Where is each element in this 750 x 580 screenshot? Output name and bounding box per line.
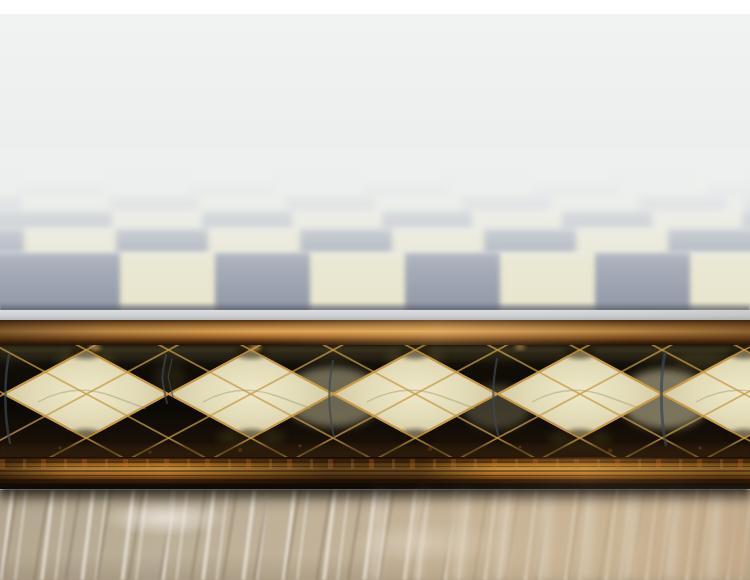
inlay-bottom-glow — [0, 445, 750, 457]
trim-rust-speckles — [0, 459, 750, 469]
surface-lip — [0, 310, 750, 320]
gold-rail — [0, 320, 750, 345]
board-cast-shadow — [0, 483, 750, 507]
diamond-inlay-band — [0, 345, 750, 457]
depth-haze-overlay — [0, 148, 750, 298]
chessboard-edge-photo — [0, 0, 750, 580]
